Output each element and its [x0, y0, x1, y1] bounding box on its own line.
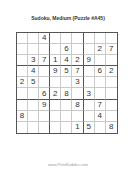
cell-r1c8[interactable] [95, 33, 106, 44]
cell-r6c9[interactable] [106, 88, 117, 99]
cell-r7c7[interactable] [84, 100, 95, 111]
cell-r2c4[interactable] [50, 44, 61, 55]
cell-r3c6: 2 [72, 55, 83, 66]
cell-r6c6[interactable] [72, 88, 83, 99]
cell-r7c5[interactable] [61, 100, 72, 111]
cell-r3c5: 4 [61, 55, 72, 66]
cell-r9c6: 1 [72, 122, 83, 133]
cell-r8c9[interactable] [106, 111, 117, 122]
cell-r7c3: 9 [39, 100, 50, 111]
cell-r5c9[interactable] [106, 77, 117, 88]
cell-r4c1[interactable] [17, 66, 28, 77]
cell-r1c5[interactable] [61, 33, 72, 44]
cell-r4c4: 9 [50, 66, 61, 77]
cell-r5c7[interactable] [84, 77, 95, 88]
cell-r4c3[interactable] [39, 66, 50, 77]
cell-r5c5[interactable] [61, 77, 72, 88]
cell-r5c8[interactable] [95, 77, 106, 88]
cell-r7c1[interactable] [17, 100, 28, 111]
cell-r4c9: 2 [106, 66, 117, 77]
cell-r1c3: 4 [39, 33, 50, 44]
cell-r6c8[interactable] [95, 88, 106, 99]
cell-r4c8: 6 [95, 66, 106, 77]
cell-r8c1: 8 [17, 111, 28, 122]
cell-r8c2[interactable] [28, 111, 39, 122]
cell-r9c8[interactable] [95, 122, 106, 133]
cell-r6c4: 2 [50, 88, 61, 99]
cell-r7c6: 8 [72, 100, 83, 111]
cell-r6c2[interactable] [28, 88, 39, 99]
cell-r9c5[interactable] [61, 122, 72, 133]
cell-r8c3[interactable] [39, 111, 50, 122]
cell-r5c4[interactable] [50, 77, 61, 88]
cell-r8c8: 4 [95, 111, 106, 122]
cell-r4c6: 7 [72, 66, 83, 77]
cell-r6c3: 6 [39, 88, 50, 99]
cell-r5c1: 2 [17, 77, 28, 88]
cell-r1c2[interactable] [28, 33, 39, 44]
cell-r3c7: 9 [84, 55, 95, 66]
cell-r7c9[interactable] [106, 100, 117, 111]
cell-r2c3[interactable] [39, 44, 50, 55]
cell-r3c3: 7 [39, 55, 50, 66]
footer-url: www.PrintSudoku.com [0, 162, 136, 167]
sudoku-board: 4627371429495762253628398784158 [16, 32, 118, 134]
cell-r2c5: 6 [61, 44, 72, 55]
sudoku-page: Sudoku, Medium (Puzzle #A45) 46273714294… [0, 0, 136, 176]
cell-r4c5: 5 [61, 66, 72, 77]
cell-r3c4: 1 [50, 55, 61, 66]
cell-r8c7[interactable] [84, 111, 95, 122]
cell-r3c1[interactable] [17, 55, 28, 66]
cell-r7c8: 7 [95, 100, 106, 111]
cell-r4c7[interactable] [84, 66, 95, 77]
cell-r1c7[interactable] [84, 33, 95, 44]
cell-r5c3[interactable] [39, 77, 50, 88]
cell-r8c6[interactable] [72, 111, 83, 122]
cell-r9c2[interactable] [28, 122, 39, 133]
cell-r9c3[interactable] [39, 122, 50, 133]
cell-r2c9: 7 [106, 44, 117, 55]
cell-r2c7[interactable] [84, 44, 95, 55]
cell-r6c7: 3 [84, 88, 95, 99]
cell-r6c5: 8 [61, 88, 72, 99]
cell-r1c1[interactable] [17, 33, 28, 44]
cell-r3c2: 3 [28, 55, 39, 66]
cell-r3c8[interactable] [95, 55, 106, 66]
cell-r8c4[interactable] [50, 111, 61, 122]
cell-r8c5[interactable] [61, 111, 72, 122]
cell-r7c4[interactable] [50, 100, 61, 111]
cell-r5c6: 3 [72, 77, 83, 88]
cell-r1c4[interactable] [50, 33, 61, 44]
cell-r6c1[interactable] [17, 88, 28, 99]
puzzle-title: Sudoku, Medium (Puzzle #A45) [0, 15, 136, 21]
cell-r9c4[interactable] [50, 122, 61, 133]
cell-r9c1[interactable] [17, 122, 28, 133]
cell-r2c6[interactable] [72, 44, 83, 55]
cell-r4c2: 4 [28, 66, 39, 77]
cell-r1c6[interactable] [72, 33, 83, 44]
cell-r2c2[interactable] [28, 44, 39, 55]
cell-r1c9[interactable] [106, 33, 117, 44]
cell-r9c9: 8 [106, 122, 117, 133]
cell-r3c9[interactable] [106, 55, 117, 66]
cell-r2c1[interactable] [17, 44, 28, 55]
cell-r2c8: 2 [95, 44, 106, 55]
cell-r5c2: 5 [28, 77, 39, 88]
cell-r7c2[interactable] [28, 100, 39, 111]
cell-r9c7: 5 [84, 122, 95, 133]
